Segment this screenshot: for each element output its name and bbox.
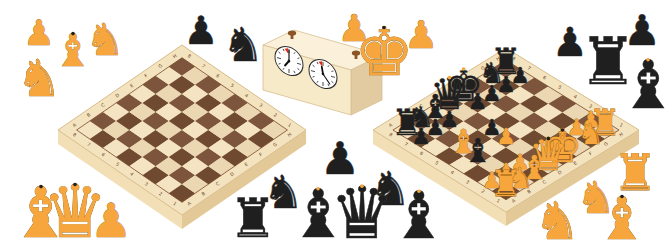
white-king[interactable]: ♚ bbox=[354, 14, 413, 91]
white-knight[interactable]: ♞ bbox=[16, 49, 62, 108]
finial-tip bbox=[360, 184, 364, 188]
black-bishop-b4[interactable]: ♝ bbox=[463, 131, 493, 170]
white-pawn[interactable]: ♟ bbox=[23, 13, 54, 53]
finial-tip bbox=[417, 189, 421, 193]
svg-text:♞: ♞ bbox=[16, 49, 62, 108]
svg-text:♞: ♞ bbox=[222, 17, 264, 72]
isometric-chess-artwork: ABCDEFGH8765432187654321ABCDEFGHABCDEFGH… bbox=[0, 0, 666, 250]
finial-tip bbox=[73, 183, 77, 187]
black-queen[interactable]: ♛ bbox=[330, 171, 395, 250]
white-knight[interactable]: ♞ bbox=[534, 191, 581, 250]
svg-text:♝: ♝ bbox=[618, 46, 666, 124]
svg-text:♟: ♟ bbox=[468, 89, 488, 114]
svg-text:♟: ♟ bbox=[496, 124, 516, 149]
finial-tip bbox=[448, 76, 452, 80]
chess-scene: ABCDEFGH8765432187654321ABCDEFGHABCDEFGH… bbox=[0, 0, 666, 250]
black-bishop[interactable]: ♝ bbox=[618, 46, 666, 124]
black-bishop[interactable]: ♝ bbox=[390, 178, 448, 250]
black-pawn-e7[interactable]: ♟ bbox=[468, 89, 488, 114]
svg-text:♝: ♝ bbox=[463, 131, 493, 170]
svg-text:♜: ♜ bbox=[229, 187, 277, 250]
finial-tip bbox=[71, 32, 75, 36]
finial-tip bbox=[316, 187, 320, 191]
black-pawn[interactable]: ♟ bbox=[184, 8, 219, 53]
svg-text:♝: ♝ bbox=[390, 178, 448, 250]
svg-text:♟: ♟ bbox=[184, 8, 219, 53]
svg-text:♟: ♟ bbox=[90, 193, 132, 248]
svg-text:♟: ♟ bbox=[411, 124, 431, 149]
white-bishop[interactable]: ♝ bbox=[596, 184, 649, 250]
svg-text:♝: ♝ bbox=[596, 184, 649, 250]
finial-tip bbox=[620, 195, 624, 199]
white-pawn-d4[interactable]: ♟ bbox=[496, 124, 516, 149]
white-pawn[interactable]: ♟ bbox=[90, 193, 132, 248]
svg-text:♞: ♞ bbox=[534, 191, 581, 250]
white-rook-a1[interactable]: ♜ bbox=[490, 163, 522, 204]
black-knight[interactable]: ♞ bbox=[222, 17, 264, 72]
svg-text:♚: ♚ bbox=[354, 14, 413, 91]
svg-text:♛: ♛ bbox=[330, 171, 395, 250]
svg-text:♟: ♟ bbox=[23, 13, 54, 53]
finial-tip bbox=[547, 137, 551, 141]
finial-tip bbox=[382, 26, 386, 30]
black-rook[interactable]: ♜ bbox=[229, 187, 277, 250]
finial-tip bbox=[646, 58, 650, 62]
black-pawn-a7[interactable]: ♟ bbox=[411, 124, 431, 149]
svg-text:♜: ♜ bbox=[490, 163, 522, 204]
